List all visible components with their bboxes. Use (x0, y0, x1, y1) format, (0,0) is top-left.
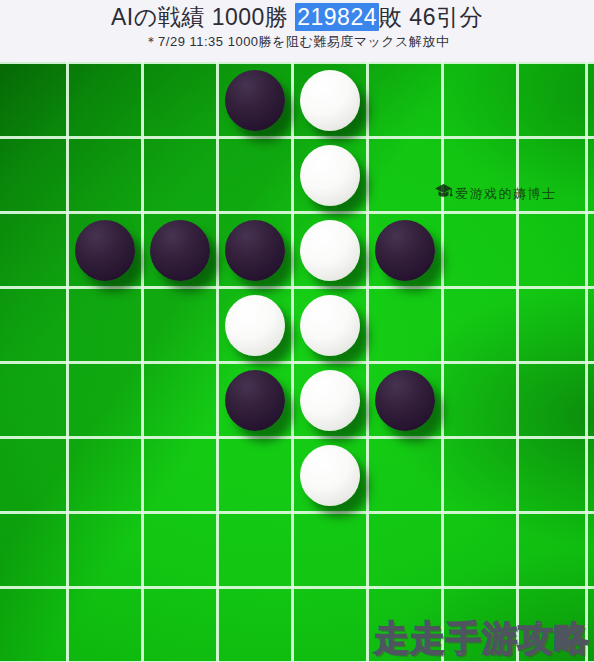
white-disc-e1 (300, 70, 360, 131)
cell-h3[interactable] (518, 213, 593, 288)
cell-d2[interactable] (218, 138, 293, 213)
cell-a3[interactable] (0, 213, 68, 288)
cell-b4[interactable] (68, 288, 143, 363)
black-disc-d1 (225, 70, 285, 131)
cell-e1[interactable] (293, 63, 368, 138)
black-disc-d3 (225, 220, 285, 281)
black-disc-b3 (75, 220, 135, 281)
cell-e8[interactable] (293, 588, 368, 662)
cell-g6[interactable] (443, 438, 518, 513)
graduation-cap-icon (434, 183, 453, 205)
ai-record-header: AIの戦績 1000勝 219824敗 46引分 ＊7/29 11:35 100… (0, 0, 594, 62)
cell-a8[interactable] (0, 588, 68, 662)
black-disc-f5 (375, 370, 435, 431)
difficulty-notice-subtitle: ＊7/29 11:35 1000勝を阻む難易度マックス解放中 (0, 33, 594, 50)
cell-c1[interactable] (143, 63, 218, 138)
cell-c5[interactable] (143, 363, 218, 438)
cell-b3[interactable] (68, 213, 143, 288)
board-grid (0, 63, 593, 662)
cell-c2[interactable] (143, 138, 218, 213)
board[interactable] (0, 62, 594, 662)
cell-f3[interactable] (368, 213, 443, 288)
cell-a7[interactable] (0, 513, 68, 588)
white-disc-e5 (300, 370, 360, 431)
cell-a1[interactable] (0, 63, 68, 138)
cell-c8[interactable] (143, 588, 218, 662)
cell-c3[interactable] (143, 213, 218, 288)
cell-d3[interactable] (218, 213, 293, 288)
cell-d1[interactable] (218, 63, 293, 138)
cell-g7[interactable] (443, 513, 518, 588)
cell-f2[interactable] (368, 138, 443, 213)
white-disc-e4 (300, 295, 360, 356)
cell-d7[interactable] (218, 513, 293, 588)
black-disc-c3 (150, 220, 210, 281)
cell-b2[interactable] (68, 138, 143, 213)
cell-h7[interactable] (518, 513, 593, 588)
cell-e3[interactable] (293, 213, 368, 288)
white-disc-e6 (300, 445, 360, 506)
cell-e2[interactable] (293, 138, 368, 213)
cell-f7[interactable] (368, 513, 443, 588)
cell-h6[interactable] (518, 438, 593, 513)
cell-c4[interactable] (143, 288, 218, 363)
cell-a6[interactable] (0, 438, 68, 513)
cell-f4[interactable] (368, 288, 443, 363)
cell-e6[interactable] (293, 438, 368, 513)
cell-g3[interactable] (443, 213, 518, 288)
cell-e7[interactable] (293, 513, 368, 588)
black-disc-d5 (225, 370, 285, 431)
white-disc-d4 (225, 295, 285, 356)
cell-d4[interactable] (218, 288, 293, 363)
white-disc-e3 (300, 220, 360, 281)
cell-e5[interactable] (293, 363, 368, 438)
cell-a4[interactable] (0, 288, 68, 363)
black-disc-f3 (375, 220, 435, 281)
white-disc-e2 (300, 145, 360, 206)
cell-a5[interactable] (0, 363, 68, 438)
cell-h5[interactable] (518, 363, 593, 438)
title-suffix: 敗 46引分 (379, 4, 483, 30)
title-prefix: AIの戦績 1000勝 (111, 4, 295, 30)
cell-f5[interactable] (368, 363, 443, 438)
cell-c6[interactable] (143, 438, 218, 513)
losses-count-highlighted: 219824 (295, 3, 379, 31)
cell-b5[interactable] (68, 363, 143, 438)
cell-d8[interactable] (218, 588, 293, 662)
cell-h1[interactable] (518, 63, 593, 138)
cell-a2[interactable] (0, 138, 68, 213)
cell-c7[interactable] (143, 513, 218, 588)
cell-g1[interactable] (443, 63, 518, 138)
cell-b1[interactable] (68, 63, 143, 138)
side-watermark-text: 爱游戏的薅博士 (455, 185, 557, 203)
cell-g4[interactable] (443, 288, 518, 363)
side-watermark: 爱游戏的薅博士 (434, 183, 557, 205)
ai-record-title: AIの戦績 1000勝 219824敗 46引分 (0, 2, 594, 32)
cell-e4[interactable] (293, 288, 368, 363)
cell-g5[interactable] (443, 363, 518, 438)
cell-d5[interactable] (218, 363, 293, 438)
cell-b7[interactable] (68, 513, 143, 588)
cell-b6[interactable] (68, 438, 143, 513)
cell-b8[interactable] (68, 588, 143, 662)
cell-h4[interactable] (518, 288, 593, 363)
cell-f6[interactable] (368, 438, 443, 513)
cell-f1[interactable] (368, 63, 443, 138)
cell-d6[interactable] (218, 438, 293, 513)
bottom-right-watermark: 走走手游攻略 (374, 615, 590, 662)
